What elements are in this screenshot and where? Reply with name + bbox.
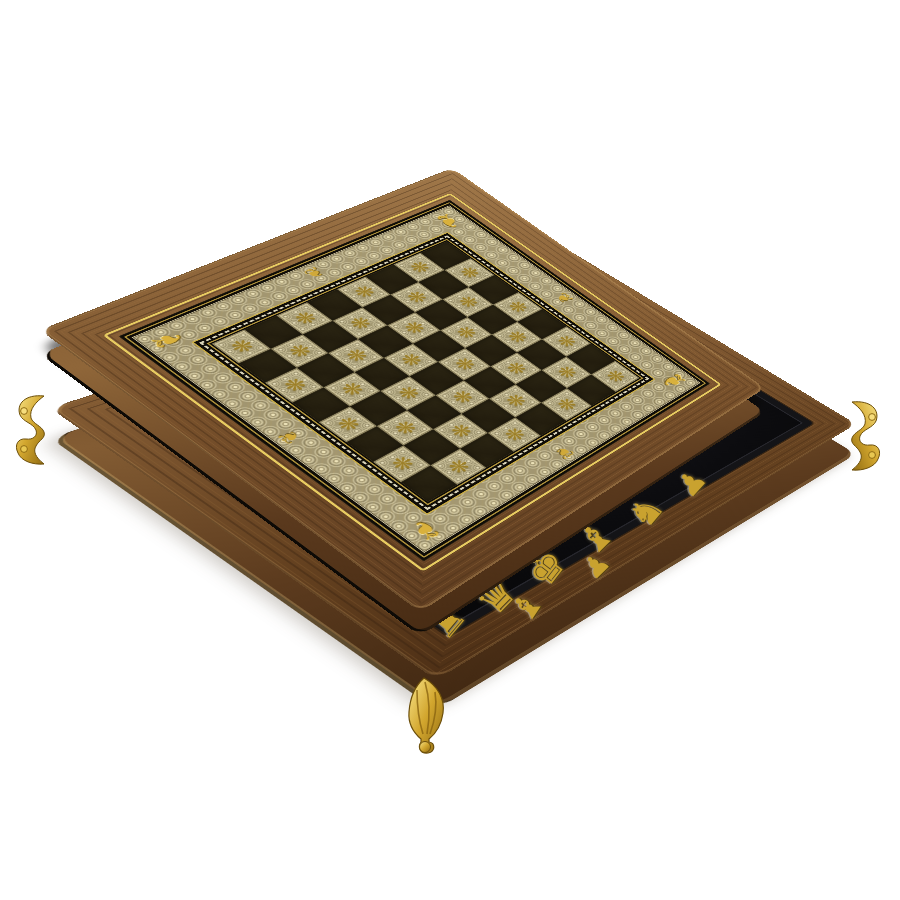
- scroll-foot-west-icon: [12, 394, 50, 466]
- griffin-ornament-icon: ❧: [132, 321, 202, 360]
- product-photo-chess-box: ♜ ♛ ♚ ♝ ♞ ♟ ♝ ♟ ❧ ❧ ❧ ❧ ❦ ❦ ❦ ❦: [0, 0, 900, 900]
- scroll-foot-east-icon: [846, 400, 884, 472]
- acanthus-foot-south-icon: [402, 676, 450, 756]
- border-motif-icon: ❦: [543, 439, 587, 468]
